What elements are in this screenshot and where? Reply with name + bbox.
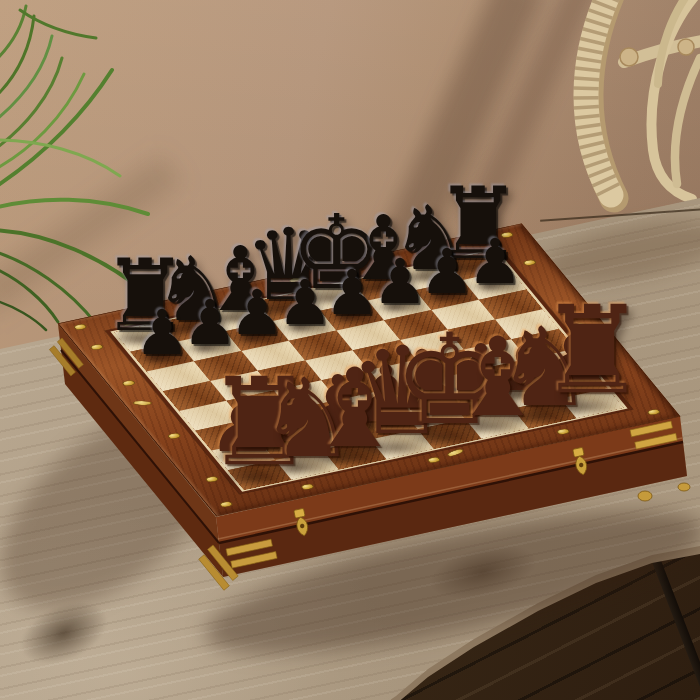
photo-scene: ♜♞♝♛♚♝♞♜♟♟♟♟♟♟♟♟♟♟♟♟♟♟♟♟♜♞♝♛♚♝♞♜ bbox=[0, 0, 700, 700]
brass-inlay-circle bbox=[72, 323, 88, 330]
brass-inlay-leaf bbox=[444, 448, 466, 457]
brass-inlay-circle bbox=[378, 258, 394, 265]
brass-inlay-leaf bbox=[131, 400, 153, 406]
brass-inlay-circle bbox=[522, 259, 538, 266]
brass-inlay-circle bbox=[166, 432, 182, 439]
brass-inlay-circle bbox=[190, 298, 206, 305]
brass-inlay-circle bbox=[560, 305, 576, 312]
brass-inlay-circle bbox=[218, 501, 234, 508]
brass-inlay-circle bbox=[300, 483, 316, 490]
brass-inlay-leaf bbox=[286, 274, 308, 283]
brass-inlay-circle bbox=[646, 408, 662, 415]
brass-inlay-circle bbox=[426, 456, 442, 463]
brass-inlay-leaf bbox=[567, 322, 589, 328]
brass-inlay-circle bbox=[499, 231, 515, 238]
brass-inlay-circle bbox=[555, 428, 571, 435]
brass-inlay-circle bbox=[89, 343, 105, 350]
brass-inlay-circle bbox=[204, 475, 220, 482]
brass-inlay-circle bbox=[121, 379, 137, 386]
brass-inlay-circle bbox=[598, 353, 614, 360]
